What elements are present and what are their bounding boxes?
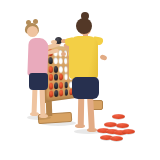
cell-r5c1-red — [49, 82, 53, 89]
floor-disc-red-7 — [122, 129, 135, 134]
right-child-shirt — [69, 36, 98, 79]
floor-disc-red-3 — [116, 123, 129, 128]
right-child-hand — [61, 52, 66, 56]
cell-r2c3-empty — [59, 58, 63, 65]
right-child-foot — [87, 128, 97, 132]
left-child-hair-bun — [26, 20, 31, 25]
left-child-leg — [32, 88, 38, 114]
cell-r3c2-black — [54, 66, 58, 73]
right-child-hair-bun — [81, 12, 89, 20]
left-child-leg — [40, 88, 46, 116]
left-child-head — [27, 26, 38, 37]
left-child-hair-bun — [33, 19, 38, 24]
left-child-foot — [39, 114, 48, 118]
left-child-foot — [30, 112, 39, 116]
cell-r4c1-red — [49, 74, 53, 81]
cell-r3c1-red — [49, 66, 53, 73]
left-child-hand — [51, 40, 57, 44]
right-child-shorts — [72, 77, 99, 99]
cell-r2c2-empty — [54, 58, 58, 65]
cell-r2c1-black — [48, 57, 52, 64]
left-child-shorts — [29, 73, 48, 90]
cell-r3c4-empty — [64, 66, 68, 73]
cell-r6c4-black — [64, 89, 68, 96]
cell-r2c4-empty — [64, 58, 68, 65]
cell-r3c3-empty — [59, 66, 63, 73]
floor-disc-red-9 — [110, 136, 123, 141]
cell-r4c4-empty — [64, 74, 68, 81]
left-child-shirt — [27, 38, 48, 77]
cell-r5c4-black — [64, 81, 68, 88]
cell-r5c2-black — [54, 82, 58, 89]
right-child-foot — [75, 124, 85, 128]
cell-r4c2-black — [54, 74, 58, 81]
cell-r4c3-red — [59, 74, 63, 81]
floor-disc-red-1 — [112, 114, 125, 119]
right-child-hair — [76, 18, 92, 34]
cell-r6c1-red — [49, 90, 53, 97]
cell-r6c3-red — [59, 89, 63, 96]
cell-r6c2-black — [54, 90, 58, 97]
right-child-hand — [99, 54, 107, 61]
right-child-leg — [78, 97, 85, 126]
cell-r5c3-red — [59, 82, 63, 89]
photo-scene — [0, 0, 160, 160]
